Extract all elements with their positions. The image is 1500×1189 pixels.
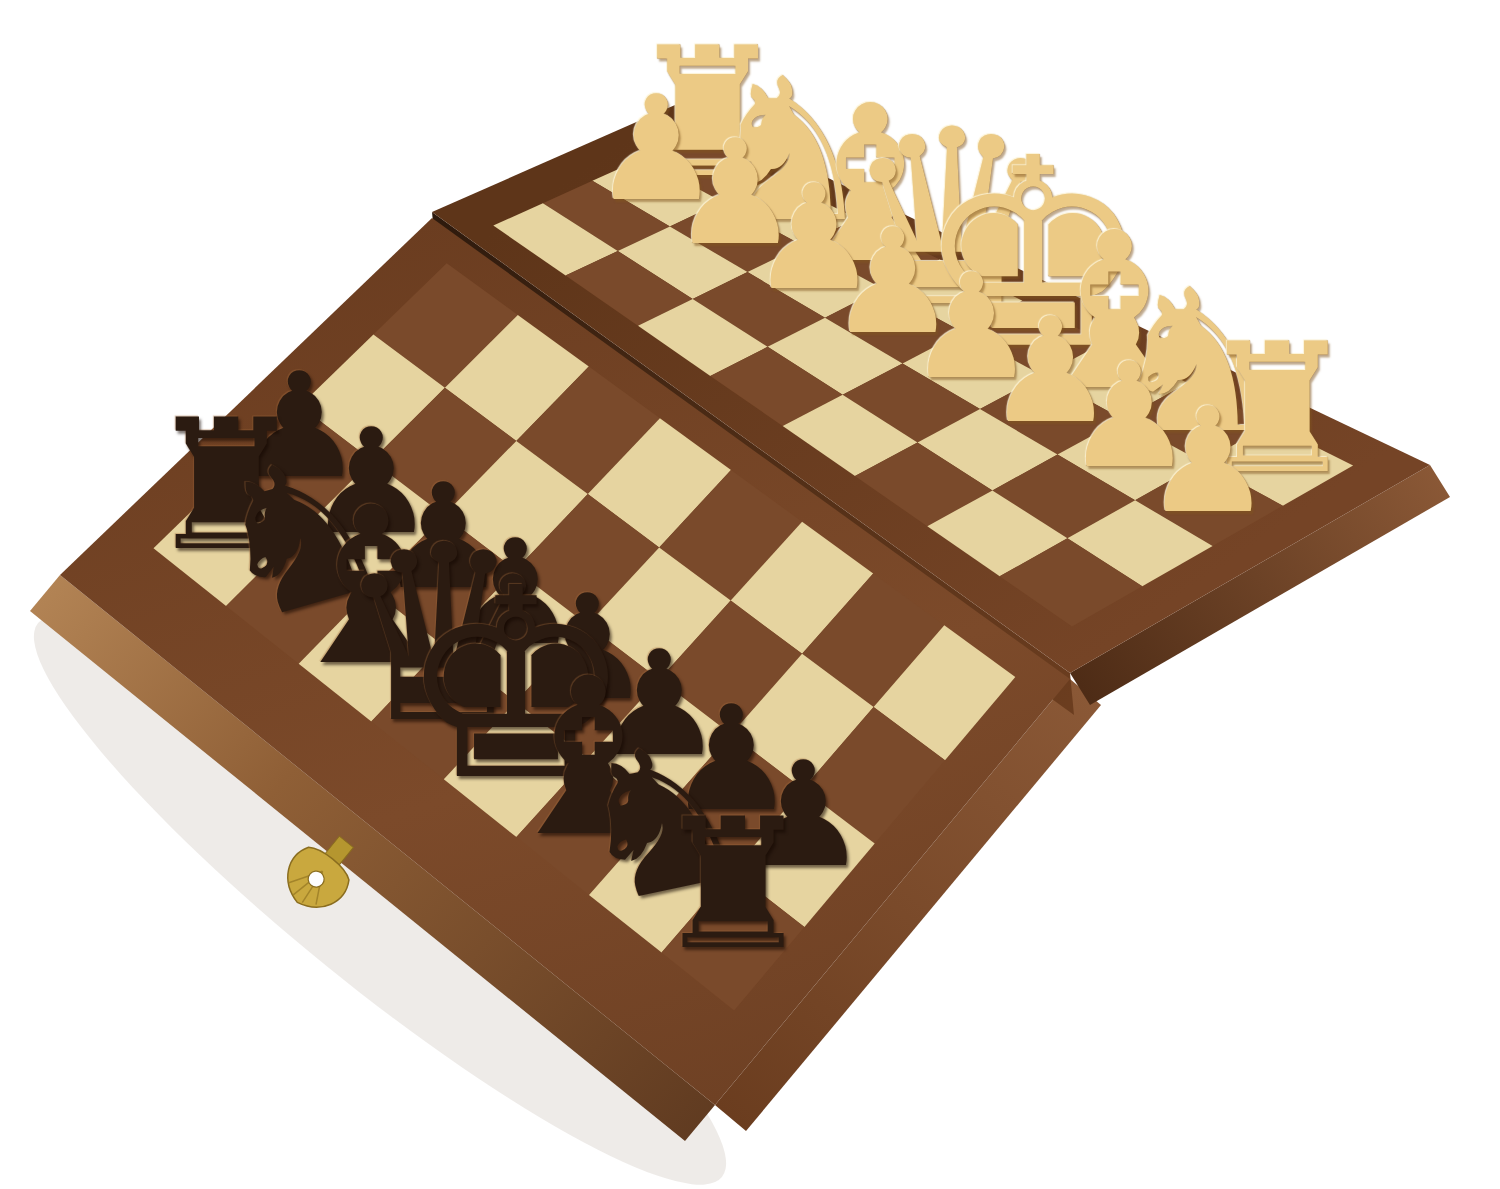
piece-black-rook[interactable]: ♜ bbox=[652, 795, 813, 975]
chess-set-photo: ♜♟♞♟♝♟♛♟♚♟♝♟♞♟♜♟♟♟♜♟♞♟♝♟♛♟♚♟♝♟♞♜ Folding… bbox=[0, 0, 1500, 1189]
piece-white-pawn[interactable]: ♟ bbox=[1143, 388, 1273, 533]
